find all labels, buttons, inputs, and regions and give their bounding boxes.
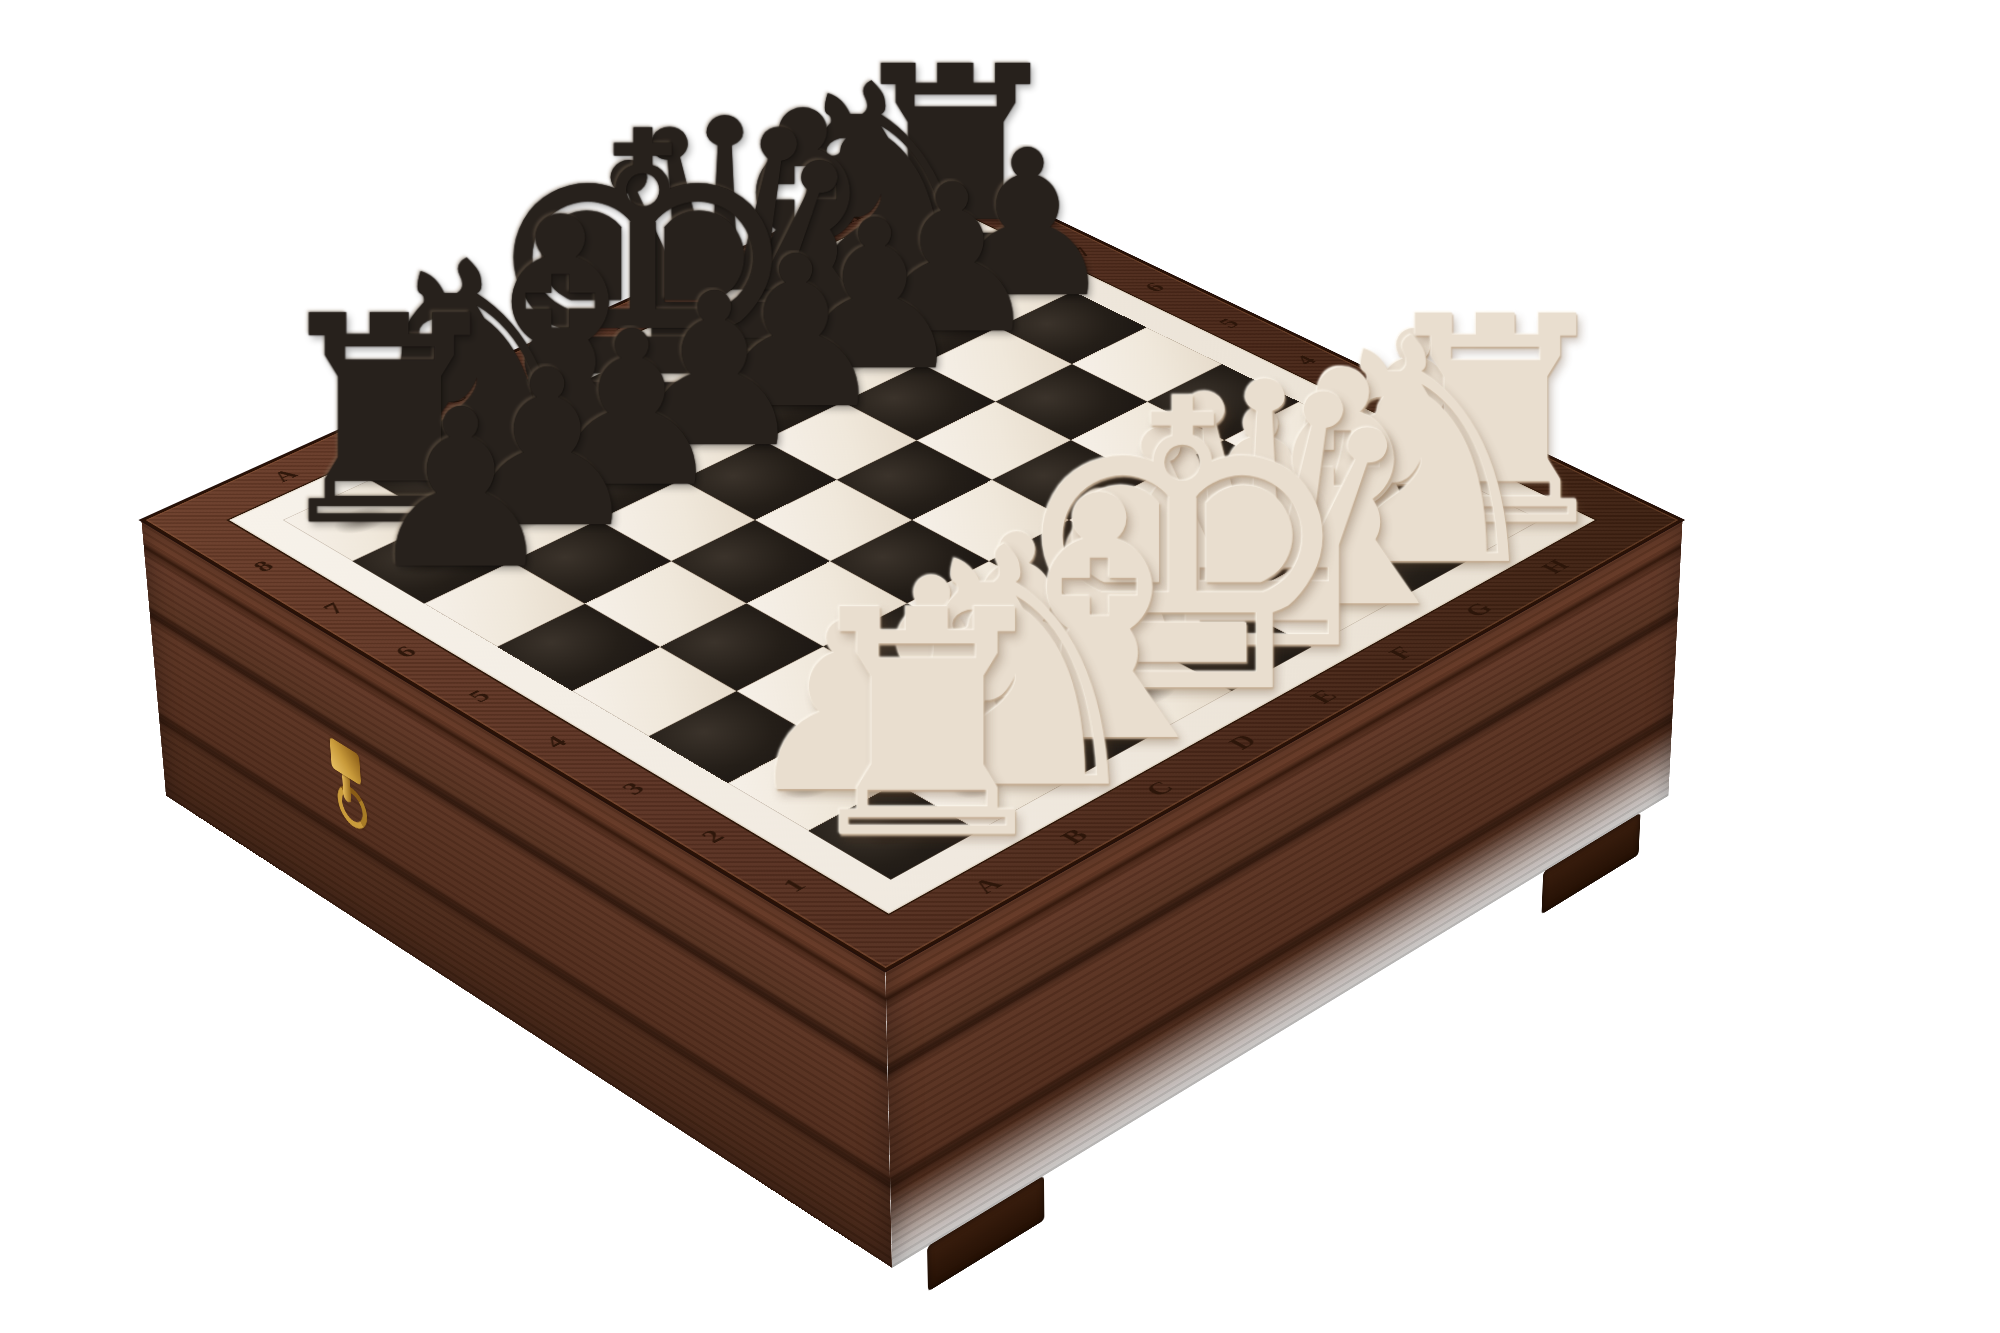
chess-box: ABCDEFGH ABCDEFGH 87654321 87654321 ♜♞♝♚… bbox=[141, 161, 1682, 971]
photo-background: ABCDEFGH ABCDEFGH 87654321 87654321 ♜♞♝♚… bbox=[0, 0, 2000, 1333]
box-foot bbox=[927, 1176, 1044, 1292]
file-label: A bbox=[965, 873, 1008, 898]
rank-label: 5 bbox=[462, 686, 497, 706]
rank-label: 4 bbox=[537, 731, 573, 751]
rank-label: 1 bbox=[775, 874, 813, 896]
clasp-hook bbox=[336, 778, 368, 836]
box-foot bbox=[750, 1176, 861, 1292]
rook-icon: ♜ bbox=[787, 601, 1066, 850]
rank-label: 7 bbox=[316, 599, 350, 618]
box-foot bbox=[192, 813, 286, 915]
scene: ABCDEFGH ABCDEFGH 87654321 87654321 ♜♞♝♚… bbox=[0, 0, 2000, 1333]
rank-label: 2 bbox=[694, 825, 731, 846]
rank-label: 6 bbox=[388, 642, 422, 661]
rank-label: 3 bbox=[615, 778, 651, 799]
box-foot bbox=[1542, 813, 1641, 915]
pawn-icon: ♟ bbox=[363, 403, 559, 578]
rank-label: 8 bbox=[246, 557, 279, 575]
brass-clasp-icon bbox=[326, 734, 370, 840]
